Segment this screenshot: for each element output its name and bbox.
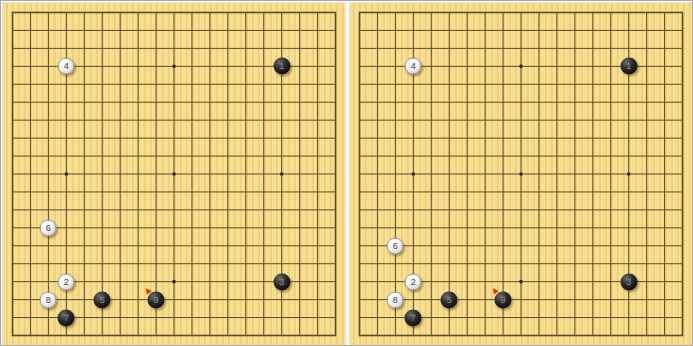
- stone-white-8: 8: [40, 291, 57, 308]
- stone-white-2: 2: [405, 273, 422, 290]
- stone-white-6: 6: [387, 237, 404, 254]
- move-number: 5: [100, 295, 105, 304]
- move-number: 5: [447, 295, 452, 304]
- stone-white-4: 4: [405, 58, 422, 75]
- stone-black-7: 7: [405, 309, 422, 326]
- stone-black-9: 9: [495, 291, 512, 308]
- stone-black-1: 1: [620, 58, 637, 75]
- move-number: 1: [279, 62, 284, 71]
- move-number: 7: [64, 313, 69, 322]
- move-number: 6: [393, 241, 398, 250]
- stone-black-7: 7: [58, 309, 75, 326]
- go-board-right: 123456789: [350, 3, 692, 345]
- move-number: 4: [411, 62, 416, 71]
- stone-black-9: 9: [148, 291, 165, 308]
- go-diagram-pair: 123456789 123456789: [0, 0, 693, 346]
- move-number: 1: [626, 62, 631, 71]
- stone-white-2: 2: [58, 273, 75, 290]
- move-number: 2: [64, 277, 69, 286]
- move-number: 8: [46, 295, 51, 304]
- move-number: 2: [411, 277, 416, 286]
- stone-black-1: 1: [273, 58, 290, 75]
- stone-white-4: 4: [58, 58, 75, 75]
- stone-black-3: 3: [620, 273, 637, 290]
- move-number: 7: [411, 313, 416, 322]
- move-number: 3: [279, 277, 284, 286]
- move-number: 9: [501, 295, 506, 304]
- move-number: 6: [46, 223, 51, 232]
- stone-black-5: 5: [94, 291, 111, 308]
- move-number: 9: [154, 295, 159, 304]
- stone-black-3: 3: [273, 273, 290, 290]
- move-number: 4: [64, 62, 69, 71]
- move-number: 3: [626, 277, 631, 286]
- stone-black-5: 5: [441, 291, 458, 308]
- move-number: 8: [393, 295, 398, 304]
- stone-white-6: 6: [40, 219, 57, 236]
- go-board-left: 123456789: [3, 3, 345, 345]
- stone-white-8: 8: [387, 291, 404, 308]
